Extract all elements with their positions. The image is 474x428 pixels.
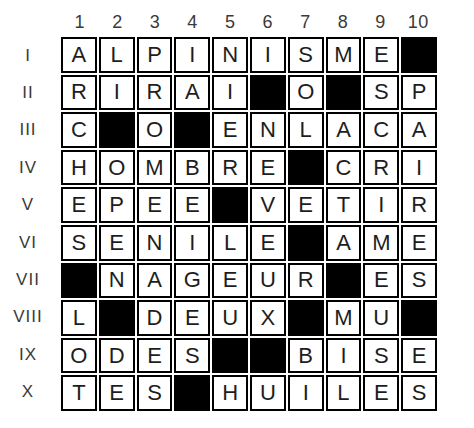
row-label-III: III <box>0 112 56 149</box>
column-labels: 12345678910 <box>61 4 437 34</box>
cell-r8c5[interactable]: U <box>212 300 248 336</box>
black-cell-r8c10 <box>401 300 437 336</box>
cell-r2c9[interactable]: S <box>363 75 399 111</box>
cell-r7c9[interactable]: E <box>363 263 399 299</box>
cell-r7c3[interactable]: A <box>137 263 173 299</box>
cell-r6c9[interactable]: M <box>363 225 399 261</box>
cell-r1c7[interactable]: S <box>288 37 324 73</box>
cell-r3c8[interactable]: A <box>326 112 362 148</box>
black-cell-r8c2 <box>99 300 135 336</box>
cell-r2c10[interactable]: P <box>401 75 437 111</box>
cell-r1c2[interactable]: L <box>99 37 135 73</box>
cell-r5c1[interactable]: E <box>61 187 97 223</box>
row-label-IV: IV <box>0 149 56 186</box>
cell-r10c10[interactable]: S <box>401 375 437 411</box>
cell-r7c5[interactable]: E <box>212 263 248 299</box>
cell-r10c8[interactable]: L <box>326 375 362 411</box>
row-label-VI: VI <box>0 224 56 261</box>
cell-r7c2[interactable]: N <box>99 263 135 299</box>
cell-r7c6[interactable]: U <box>250 263 286 299</box>
cell-r4c1[interactable]: H <box>61 150 97 186</box>
cell-r2c4[interactable]: A <box>174 75 210 111</box>
black-cell-r3c2 <box>99 112 135 148</box>
cell-r3c5[interactable]: E <box>212 112 248 148</box>
cell-r5c9[interactable]: I <box>363 187 399 223</box>
cell-r1c3[interactable]: P <box>137 37 173 73</box>
row-labels: IIIIIIIVVVIVIIVIIIIXX <box>0 37 56 411</box>
row-label-II: II <box>0 74 56 111</box>
cell-r6c1[interactable]: S <box>61 225 97 261</box>
cell-r1c9[interactable]: E <box>363 37 399 73</box>
cell-r8c8[interactable]: M <box>326 300 362 336</box>
black-cell-r7c1 <box>61 263 97 299</box>
cell-r3c3[interactable]: O <box>137 112 173 148</box>
cell-r9c7[interactable]: B <box>288 338 324 374</box>
cell-r4c3[interactable]: M <box>137 150 173 186</box>
cell-r5c3[interactable]: E <box>137 187 173 223</box>
cell-r2c7[interactable]: O <box>288 75 324 111</box>
cell-r1c6[interactable]: I <box>250 37 286 73</box>
cell-r5c4[interactable]: E <box>174 187 210 223</box>
cell-r9c9[interactable]: S <box>363 338 399 374</box>
cell-r8c1[interactable]: L <box>61 300 97 336</box>
cell-r2c1[interactable]: R <box>61 75 97 111</box>
cell-r4c5[interactable]: R <box>212 150 248 186</box>
cell-r6c10[interactable]: E <box>401 225 437 261</box>
cell-r7c7[interactable]: R <box>288 263 324 299</box>
cell-r6c5[interactable]: L <box>212 225 248 261</box>
cell-r6c8[interactable]: A <box>326 225 362 261</box>
cell-r2c5[interactable]: I <box>212 75 248 111</box>
cell-r1c1[interactable]: A <box>61 37 97 73</box>
col-label-8: 8 <box>324 4 362 34</box>
cell-r8c4[interactable]: E <box>174 300 210 336</box>
cell-r6c6[interactable]: E <box>250 225 286 261</box>
cell-r4c10[interactable]: I <box>401 150 437 186</box>
col-label-2: 2 <box>99 4 137 34</box>
cell-r5c6[interactable]: V <box>250 187 286 223</box>
cell-r3c9[interactable]: C <box>363 112 399 148</box>
col-label-10: 10 <box>399 4 437 34</box>
cell-r9c4[interactable]: S <box>174 338 210 374</box>
cell-r6c4[interactable]: I <box>174 225 210 261</box>
black-cell-r8c7 <box>288 300 324 336</box>
cell-r5c8[interactable]: T <box>326 187 362 223</box>
cell-r2c2[interactable]: I <box>99 75 135 111</box>
black-cell-r4c7 <box>288 150 324 186</box>
cell-r6c2[interactable]: E <box>99 225 135 261</box>
cell-r4c2[interactable]: O <box>99 150 135 186</box>
cell-r9c3[interactable]: E <box>137 338 173 374</box>
cell-r8c3[interactable]: D <box>137 300 173 336</box>
cell-r4c9[interactable]: R <box>363 150 399 186</box>
cell-r10c6[interactable]: U <box>250 375 286 411</box>
cell-r10c7[interactable]: I <box>288 375 324 411</box>
cell-r5c10[interactable]: R <box>401 187 437 223</box>
cell-r9c8[interactable]: I <box>326 338 362 374</box>
cell-r9c1[interactable]: O <box>61 338 97 374</box>
col-label-9: 9 <box>362 4 400 34</box>
black-cell-r2c6 <box>250 75 286 111</box>
cell-r8c9[interactable]: U <box>363 300 399 336</box>
cell-r4c8[interactable]: C <box>326 150 362 186</box>
col-label-7: 7 <box>287 4 325 34</box>
row-label-VII: VII <box>0 261 56 298</box>
cell-r1c5[interactable]: N <box>212 37 248 73</box>
cell-r2c3[interactable]: R <box>137 75 173 111</box>
cell-r10c3[interactable]: S <box>137 375 173 411</box>
black-cell-r1c10 <box>401 37 437 73</box>
col-label-5: 5 <box>211 4 249 34</box>
cell-r1c8[interactable]: M <box>326 37 362 73</box>
row-label-IX: IX <box>0 336 56 373</box>
col-label-1: 1 <box>61 4 99 34</box>
col-label-4: 4 <box>174 4 212 34</box>
black-cell-r7c8 <box>326 263 362 299</box>
cell-r3c10[interactable]: A <box>401 112 437 148</box>
cell-r5c7[interactable]: E <box>288 187 324 223</box>
black-cell-r3c4 <box>174 112 210 148</box>
cell-r10c5[interactable]: H <box>212 375 248 411</box>
cell-r4c4[interactable]: B <box>174 150 210 186</box>
crossword-page: 12345678910 IIIIIIIVVVIVIIVIIIIXX ALPINI… <box>0 0 474 428</box>
row-label-V: V <box>0 187 56 224</box>
col-label-3: 3 <box>136 4 174 34</box>
cell-r7c10[interactable]: S <box>401 263 437 299</box>
cell-r9c10[interactable]: E <box>401 338 437 374</box>
black-cell-r2c8 <box>326 75 362 111</box>
row-label-VIII: VIII <box>0 299 56 336</box>
black-cell-r5c5 <box>212 187 248 223</box>
cell-r3c1[interactable]: C <box>61 112 97 148</box>
row-label-I: I <box>0 37 56 74</box>
cell-r4c6[interactable]: E <box>250 150 286 186</box>
cell-r9c2[interactable]: D <box>99 338 135 374</box>
cell-r8c6[interactable]: X <box>250 300 286 336</box>
cell-r10c9[interactable]: E <box>363 375 399 411</box>
row-label-X: X <box>0 374 56 411</box>
black-cell-r9c6 <box>250 338 286 374</box>
crossword-grid: ALPINISMERIRAIOSPCOENLACAHOMBRECRIEPEEVE… <box>61 37 437 411</box>
black-cell-r9c5 <box>212 338 248 374</box>
cell-r10c2[interactable]: E <box>99 375 135 411</box>
cell-r10c1[interactable]: T <box>61 375 97 411</box>
cell-r5c2[interactable]: P <box>99 187 135 223</box>
black-cell-r6c7 <box>288 225 324 261</box>
black-cell-r10c4 <box>174 375 210 411</box>
cell-r3c7[interactable]: L <box>288 112 324 148</box>
cell-r3c6[interactable]: N <box>250 112 286 148</box>
col-label-6: 6 <box>249 4 287 34</box>
cell-r1c4[interactable]: I <box>174 37 210 73</box>
cell-r7c4[interactable]: G <box>174 263 210 299</box>
cell-r6c3[interactable]: N <box>137 225 173 261</box>
